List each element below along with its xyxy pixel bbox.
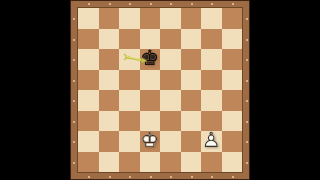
- square-b1[interactable]: [99, 152, 120, 173]
- square-h4[interactable]: [222, 90, 243, 111]
- square-e6[interactable]: [160, 49, 181, 70]
- square-f1[interactable]: [181, 152, 202, 173]
- square-g4[interactable]: [201, 90, 222, 111]
- square-b6[interactable]: [99, 49, 120, 70]
- square-e7[interactable]: [160, 29, 181, 50]
- square-a1[interactable]: [78, 152, 99, 173]
- frame-coordinate-dot: [73, 162, 75, 164]
- frame-coordinate-dot: [246, 59, 248, 61]
- square-h7[interactable]: [222, 29, 243, 50]
- square-c8[interactable]: [119, 8, 140, 29]
- square-d8[interactable]: [140, 8, 161, 29]
- square-f6[interactable]: [181, 49, 202, 70]
- frame-coordinate-dot: [73, 100, 75, 102]
- square-c4[interactable]: [119, 90, 140, 111]
- frame-coordinate-dot: [211, 176, 213, 178]
- square-h3[interactable]: [222, 111, 243, 132]
- white-king-d2[interactable]: ♚♔: [140, 131, 161, 152]
- board-grid: ♚♔♚♔♟♙: [78, 8, 242, 172]
- square-h8[interactable]: [222, 8, 243, 29]
- frame-coordinate-dot: [150, 3, 152, 5]
- frame-coordinate-dot: [246, 121, 248, 123]
- white-pawn-g2[interactable]: ♟♙: [201, 131, 222, 152]
- frame-coordinate-dot: [246, 39, 248, 41]
- square-f4[interactable]: [181, 90, 202, 111]
- square-f7[interactable]: [181, 29, 202, 50]
- video-frame: ♚♔♚♔♟♙: [0, 0, 320, 180]
- frame-coordinate-dot: [170, 3, 172, 5]
- square-e5[interactable]: [160, 70, 181, 91]
- square-c3[interactable]: [119, 111, 140, 132]
- square-e4[interactable]: [160, 90, 181, 111]
- frame-coordinate-dot: [109, 3, 111, 5]
- square-a7[interactable]: [78, 29, 99, 50]
- frame-coordinate-dot: [88, 3, 90, 5]
- frame-coordinate-dot: [73, 80, 75, 82]
- square-g8[interactable]: [201, 8, 222, 29]
- letterbox-left: [0, 0, 70, 180]
- square-h2[interactable]: [222, 131, 243, 152]
- frame-coordinate-dot: [73, 59, 75, 61]
- square-d6[interactable]: ♚♔: [140, 49, 161, 70]
- frame-coordinate-dot: [73, 141, 75, 143]
- square-g5[interactable]: [201, 70, 222, 91]
- square-d5[interactable]: [140, 70, 161, 91]
- frame-coordinate-dot: [232, 3, 234, 5]
- square-h5[interactable]: [222, 70, 243, 91]
- square-c7[interactable]: [119, 29, 140, 50]
- square-h1[interactable]: [222, 152, 243, 173]
- square-d4[interactable]: [140, 90, 161, 111]
- square-a4[interactable]: [78, 90, 99, 111]
- square-c5[interactable]: [119, 70, 140, 91]
- letterbox-right: [250, 0, 320, 180]
- square-b5[interactable]: [99, 70, 120, 91]
- frame-coordinate-dot: [246, 100, 248, 102]
- frame-coordinate-dot: [232, 176, 234, 178]
- white-pawn-outline: ♙: [202, 130, 221, 151]
- square-f3[interactable]: [181, 111, 202, 132]
- square-h6[interactable]: [222, 49, 243, 70]
- black-king-outline: ♔: [140, 48, 159, 69]
- square-g6[interactable]: [201, 49, 222, 70]
- frame-coordinate-dot: [73, 121, 75, 123]
- square-g7[interactable]: [201, 29, 222, 50]
- frame-coordinate-dot: [88, 176, 90, 178]
- square-d2[interactable]: ♚♔: [140, 131, 161, 152]
- frame-coordinate-dot: [246, 141, 248, 143]
- frame-coordinate-dot: [246, 162, 248, 164]
- white-king-outline: ♔: [140, 130, 159, 151]
- frame-coordinate-dot: [129, 176, 131, 178]
- square-c1[interactable]: [119, 152, 140, 173]
- frame-coordinate-dot: [129, 3, 131, 5]
- square-b2[interactable]: [99, 131, 120, 152]
- square-a8[interactable]: [78, 8, 99, 29]
- square-e2[interactable]: [160, 131, 181, 152]
- black-king-d6[interactable]: ♚♔: [140, 49, 161, 70]
- frame-coordinate-dot: [109, 176, 111, 178]
- frame-coordinate-dot: [211, 3, 213, 5]
- square-e3[interactable]: [160, 111, 181, 132]
- square-a6[interactable]: [78, 49, 99, 70]
- square-a3[interactable]: [78, 111, 99, 132]
- frame-coordinate-dot: [170, 176, 172, 178]
- square-f2[interactable]: [181, 131, 202, 152]
- square-b7[interactable]: [99, 29, 120, 50]
- frame-coordinate-dot: [73, 39, 75, 41]
- square-b4[interactable]: [99, 90, 120, 111]
- frame-coordinate-dot: [73, 18, 75, 20]
- frame-coordinate-dot: [191, 3, 193, 5]
- square-g1[interactable]: [201, 152, 222, 173]
- square-f5[interactable]: [181, 70, 202, 91]
- chess-board: ♚♔♚♔♟♙: [70, 0, 250, 180]
- frame-coordinate-dot: [150, 176, 152, 178]
- square-f8[interactable]: [181, 8, 202, 29]
- square-c6[interactable]: [119, 49, 140, 70]
- square-b8[interactable]: [99, 8, 120, 29]
- square-a2[interactable]: [78, 131, 99, 152]
- frame-coordinate-dot: [246, 80, 248, 82]
- square-d1[interactable]: [140, 152, 161, 173]
- square-b3[interactable]: [99, 111, 120, 132]
- square-c2[interactable]: [119, 131, 140, 152]
- square-g2[interactable]: ♟♙: [201, 131, 222, 152]
- frame-coordinate-dot: [191, 176, 193, 178]
- square-e1[interactable]: [160, 152, 181, 173]
- square-a5[interactable]: [78, 70, 99, 91]
- square-e8[interactable]: [160, 8, 181, 29]
- frame-coordinate-dot: [246, 18, 248, 20]
